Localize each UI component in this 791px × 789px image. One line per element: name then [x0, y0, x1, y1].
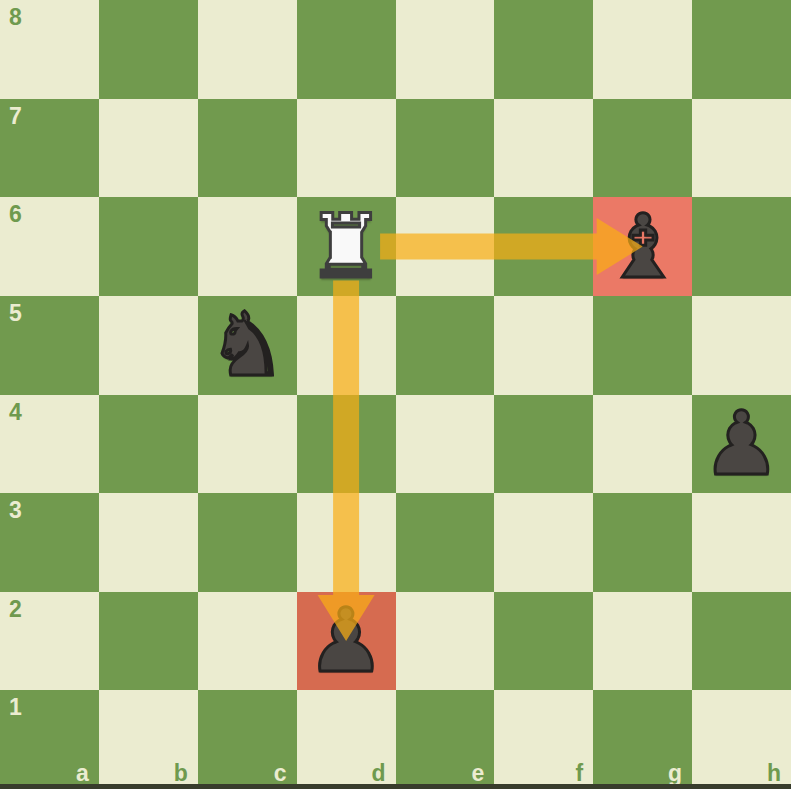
- square-g1[interactable]: g: [593, 690, 692, 789]
- square-e3[interactable]: [396, 493, 495, 592]
- square-h8[interactable]: [692, 0, 791, 99]
- coord-rank-3: 3: [9, 497, 22, 524]
- square-b8[interactable]: [99, 0, 198, 99]
- square-f7[interactable]: [494, 99, 593, 198]
- square-e6[interactable]: [396, 197, 495, 296]
- square-f2[interactable]: [494, 592, 593, 691]
- square-g5[interactable]: [593, 296, 692, 395]
- square-c7[interactable]: [198, 99, 297, 198]
- square-a1[interactable]: 1a: [0, 690, 99, 789]
- coord-rank-4: 4: [9, 399, 22, 426]
- square-e4[interactable]: [396, 395, 495, 494]
- coord-rank-2: 2: [9, 596, 22, 623]
- coord-file-a: a: [76, 760, 89, 787]
- square-d1[interactable]: d: [297, 690, 396, 789]
- square-d8[interactable]: [297, 0, 396, 99]
- square-h1[interactable]: h: [692, 690, 791, 789]
- square-f5[interactable]: [494, 296, 593, 395]
- square-c6[interactable]: [198, 197, 297, 296]
- coord-file-g: g: [668, 760, 682, 787]
- piece-black-pawn-d2[interactable]: ♟: [297, 592, 396, 691]
- square-a5[interactable]: 5: [0, 296, 99, 395]
- piece-black-bishop-g6[interactable]: ♝: [593, 197, 692, 296]
- square-d7[interactable]: [297, 99, 396, 198]
- square-c4[interactable]: [198, 395, 297, 494]
- coord-rank-6: 6: [9, 201, 22, 228]
- square-a4[interactable]: 4: [0, 395, 99, 494]
- square-b6[interactable]: [99, 197, 198, 296]
- square-b7[interactable]: [99, 99, 198, 198]
- coord-file-f: f: [576, 760, 584, 787]
- board-bottom-edge: [0, 784, 791, 789]
- square-f8[interactable]: [494, 0, 593, 99]
- square-e1[interactable]: e: [396, 690, 495, 789]
- square-a7[interactable]: 7: [0, 99, 99, 198]
- square-h4[interactable]: ♟: [692, 395, 791, 494]
- square-h5[interactable]: [692, 296, 791, 395]
- square-b2[interactable]: [99, 592, 198, 691]
- coord-file-h: h: [767, 760, 781, 787]
- square-c5[interactable]: ♞: [198, 296, 297, 395]
- coord-rank-8: 8: [9, 4, 22, 31]
- square-b3[interactable]: [99, 493, 198, 592]
- coord-file-e: e: [472, 760, 485, 787]
- coord-rank-5: 5: [9, 300, 22, 327]
- square-b4[interactable]: [99, 395, 198, 494]
- square-h6[interactable]: [692, 197, 791, 296]
- coord-file-b: b: [174, 760, 188, 787]
- square-g8[interactable]: [593, 0, 692, 99]
- square-e7[interactable]: [396, 99, 495, 198]
- square-g2[interactable]: [593, 592, 692, 691]
- square-c8[interactable]: [198, 0, 297, 99]
- square-d4[interactable]: [297, 395, 396, 494]
- square-c2[interactable]: [198, 592, 297, 691]
- square-f4[interactable]: [494, 395, 593, 494]
- square-g4[interactable]: [593, 395, 692, 494]
- square-g6[interactable]: ♝: [593, 197, 692, 296]
- square-b5[interactable]: [99, 296, 198, 395]
- square-d3[interactable]: [297, 493, 396, 592]
- piece-white-rook-d6[interactable]: ♜: [297, 197, 396, 296]
- square-h3[interactable]: [692, 493, 791, 592]
- square-c3[interactable]: [198, 493, 297, 592]
- square-h7[interactable]: [692, 99, 791, 198]
- square-e2[interactable]: [396, 592, 495, 691]
- square-d6[interactable]: ♜: [297, 197, 396, 296]
- square-d5[interactable]: [297, 296, 396, 395]
- piece-black-pawn-h4[interactable]: ♟: [692, 395, 791, 494]
- square-a8[interactable]: 8: [0, 0, 99, 99]
- square-f1[interactable]: f: [494, 690, 593, 789]
- square-a3[interactable]: 3: [0, 493, 99, 592]
- square-a2[interactable]: 2: [0, 592, 99, 691]
- coord-file-d: d: [371, 760, 385, 787]
- square-b1[interactable]: b: [99, 690, 198, 789]
- square-e8[interactable]: [396, 0, 495, 99]
- square-h2[interactable]: [692, 592, 791, 691]
- coord-rank-7: 7: [9, 103, 22, 130]
- square-d2[interactable]: ♟: [297, 592, 396, 691]
- piece-black-knight-c5[interactable]: ♞: [198, 296, 297, 395]
- square-f3[interactable]: [494, 493, 593, 592]
- board-grid: 876♜♝5♞4♟32♟1abcdefgh: [0, 0, 791, 789]
- square-c1[interactable]: c: [198, 690, 297, 789]
- coord-file-c: c: [274, 760, 287, 787]
- square-e5[interactable]: [396, 296, 495, 395]
- square-a6[interactable]: 6: [0, 197, 99, 296]
- square-g3[interactable]: [593, 493, 692, 592]
- coord-rank-1: 1: [9, 694, 22, 721]
- chess-board: 876♜♝5♞4♟32♟1abcdefgh: [0, 0, 791, 789]
- square-g7[interactable]: [593, 99, 692, 198]
- square-f6[interactable]: [494, 197, 593, 296]
